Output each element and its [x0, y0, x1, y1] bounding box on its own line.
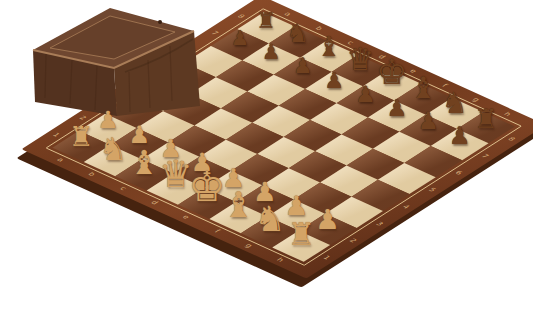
white-rook-h1[interactable]: ♜: [287, 217, 315, 253]
white-knight-g1[interactable]: ♞: [254, 199, 285, 239]
black-pawn-f7[interactable]: ♟: [386, 95, 407, 121]
white-knight-b1[interactable]: ♞: [99, 131, 127, 167]
black-pawn-h7[interactable]: ♟: [449, 122, 471, 150]
black-bishop-f8[interactable]: ♝: [410, 71, 436, 105]
black-pawn-d7[interactable]: ♟: [324, 68, 344, 93]
box-keyhole-dot: [158, 20, 162, 24]
box-lid-panel: [50, 16, 175, 59]
black-rook-h8[interactable]: ♜: [474, 103, 498, 133]
black-queen-d8[interactable]: ♛: [346, 41, 374, 77]
white-bishop-c1[interactable]: ♝: [129, 143, 159, 182]
black-rook-a8[interactable]: ♜: [256, 7, 276, 33]
white-pawn-h2[interactable]: ♟: [315, 204, 340, 235]
black-bishop-c8[interactable]: ♝: [317, 31, 341, 62]
black-pawn-b7[interactable]: ♟: [262, 40, 281, 64]
black-pawn-a7[interactable]: ♟: [231, 26, 249, 50]
chess-set-photo: abcdefgh abcdefgh 87654321 87654321 ♜♞♝♛…: [0, 0, 533, 311]
white-king-e1[interactable]: ♚: [188, 162, 225, 211]
black-pawn-e7[interactable]: ♟: [355, 81, 375, 107]
black-knight-g8[interactable]: ♞: [442, 86, 468, 120]
black-pawn-g7[interactable]: ♟: [418, 108, 439, 136]
white-rook-a1[interactable]: ♜: [69, 121, 93, 152]
black-king-e8[interactable]: ♚: [376, 52, 407, 92]
box-grain: [45, 54, 97, 110]
white-bishop-f1[interactable]: ♝: [223, 184, 255, 225]
black-knight-b8[interactable]: ♞: [286, 18, 309, 48]
black-pawn-c7[interactable]: ♟: [293, 53, 312, 78]
